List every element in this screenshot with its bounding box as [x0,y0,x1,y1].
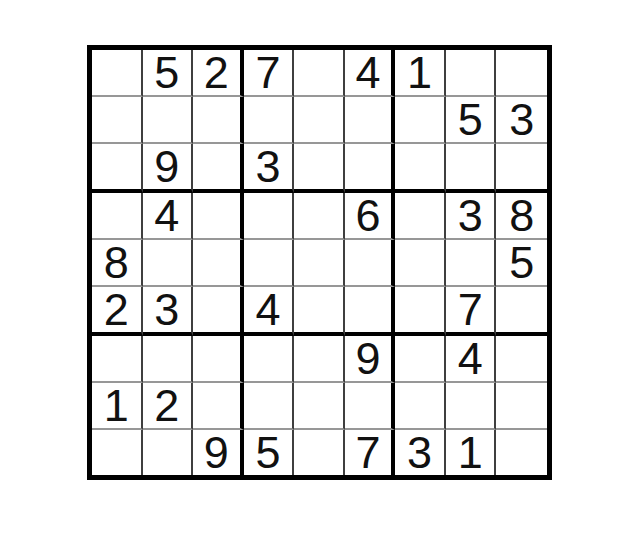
given-digit: 4 [356,50,381,95]
cell-r1c6[interactable]: 4 [345,50,396,97]
cell-r7c3[interactable] [193,336,244,383]
cell-r7c8[interactable]: 4 [446,336,497,383]
cell-r5c1[interactable]: 8 [92,240,143,287]
cell-r2c2[interactable] [143,97,194,144]
cell-r4c7[interactable] [395,193,446,240]
cell-r8c4[interactable] [244,383,295,430]
cell-r6c5[interactable] [294,287,345,336]
given-digit: 1 [407,50,432,95]
cell-r4c8[interactable]: 3 [446,193,497,240]
cell-r8c3[interactable] [193,383,244,430]
cell-r5c5[interactable] [294,240,345,287]
cell-r2c6[interactable] [345,97,396,144]
cell-r3c3[interactable] [193,144,244,193]
cell-r8c8[interactable] [446,383,497,430]
cell-r2c7[interactable] [395,97,446,144]
cell-r4c6[interactable]: 6 [345,193,396,240]
cell-r5c2[interactable] [143,240,194,287]
cell-r7c2[interactable] [143,336,194,383]
given-digit: 8 [509,193,534,238]
cell-r2c3[interactable] [193,97,244,144]
cell-r4c5[interactable] [294,193,345,240]
cell-r5c4[interactable] [244,240,295,287]
cell-r9c6[interactable]: 7 [345,430,396,475]
cell-r4c9[interactable]: 8 [496,193,547,240]
cell-r8c2[interactable]: 2 [143,383,194,430]
cell-r9c4[interactable]: 5 [244,430,295,475]
cell-r3c9[interactable] [496,144,547,193]
given-digit: 5 [458,97,483,142]
cell-r3c7[interactable] [395,144,446,193]
cell-r8c1[interactable]: 1 [92,383,143,430]
cell-r2c8[interactable]: 5 [446,97,497,144]
cell-r6c8[interactable]: 7 [446,287,497,336]
given-digit: 1 [104,383,129,428]
given-digit: 4 [255,287,280,332]
cell-r4c1[interactable] [92,193,143,240]
given-digit: 5 [154,50,179,95]
cell-r6c9[interactable] [496,287,547,336]
cell-r5c8[interactable] [446,240,497,287]
cell-r1c9[interactable] [496,50,547,97]
cell-r7c4[interactable] [244,336,295,383]
cell-r9c5[interactable] [294,430,345,475]
given-digit: 9 [356,336,381,381]
cell-r8c7[interactable] [395,383,446,430]
cell-r8c9[interactable] [496,383,547,430]
cell-r3c8[interactable] [446,144,497,193]
cell-r6c3[interactable] [193,287,244,336]
page-background: 5274153934638852347941295731 [0,0,640,540]
cell-r9c3[interactable]: 9 [193,430,244,475]
cell-r2c9[interactable]: 3 [496,97,547,144]
given-digit: 9 [204,430,229,475]
cell-r1c4[interactable]: 7 [244,50,295,97]
cell-r6c1[interactable]: 2 [92,287,143,336]
cell-r7c9[interactable] [496,336,547,383]
given-digit: 7 [458,287,483,332]
cell-r9c9[interactable] [496,430,547,475]
cell-r9c1[interactable] [92,430,143,475]
cell-r9c7[interactable]: 3 [395,430,446,475]
cell-r2c1[interactable] [92,97,143,144]
given-digit: 3 [407,430,432,475]
cell-r3c1[interactable] [92,144,143,193]
given-digit: 4 [458,336,483,381]
given-digit: 3 [509,97,534,142]
given-digit: 9 [154,144,179,189]
cell-r4c2[interactable]: 4 [143,193,194,240]
given-digit: 3 [255,144,280,189]
sudoku-board: 5274153934638852347941295731 [87,45,552,480]
cell-r2c4[interactable] [244,97,295,144]
cell-r7c6[interactable]: 9 [345,336,396,383]
cell-r6c4[interactable]: 4 [244,287,295,336]
cell-r1c5[interactable] [294,50,345,97]
given-digit: 2 [104,287,129,332]
cell-r8c5[interactable] [294,383,345,430]
given-digit: 8 [104,240,129,285]
given-digit: 3 [458,193,483,238]
cell-r7c1[interactable] [92,336,143,383]
cell-r7c5[interactable] [294,336,345,383]
given-digit: 2 [154,383,179,428]
cell-r6c2[interactable]: 3 [143,287,194,336]
given-digit: 2 [204,50,229,95]
given-digit: 4 [154,193,179,238]
cell-r8c6[interactable] [345,383,396,430]
cell-r1c3[interactable]: 2 [193,50,244,97]
cell-r7c7[interactable] [395,336,446,383]
given-digit: 1 [458,430,483,475]
cell-r9c8[interactable]: 1 [446,430,497,475]
cell-r2c5[interactable] [294,97,345,144]
cell-r9c2[interactable] [143,430,194,475]
cell-r1c2[interactable]: 5 [143,50,194,97]
given-digit: 6 [356,193,381,238]
cell-r5c9[interactable]: 5 [496,240,547,287]
given-digit: 5 [255,430,280,475]
cell-r4c3[interactable] [193,193,244,240]
cell-r3c6[interactable] [345,144,396,193]
cell-r5c7[interactable] [395,240,446,287]
cell-r3c4[interactable]: 3 [244,144,295,193]
cell-r1c1[interactable] [92,50,143,97]
cell-r4c4[interactable] [244,193,295,240]
cell-r3c5[interactable] [294,144,345,193]
given-digit: 7 [255,50,280,95]
given-digit: 3 [154,287,179,332]
cell-r6c7[interactable] [395,287,446,336]
cell-r6c6[interactable] [345,287,396,336]
cell-r1c7[interactable]: 1 [395,50,446,97]
cell-r5c3[interactable] [193,240,244,287]
given-digit: 5 [509,240,534,285]
cell-r5c6[interactable] [345,240,396,287]
given-digit: 7 [356,430,381,475]
cell-r1c8[interactable] [446,50,497,97]
cell-r3c2[interactable]: 9 [143,144,194,193]
